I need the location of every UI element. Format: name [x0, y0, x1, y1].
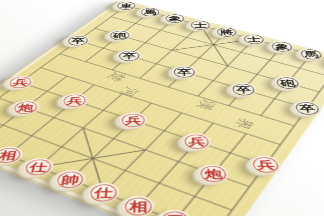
piece-character: 仕 — [94, 187, 113, 199]
piece-character: 卒 — [298, 104, 316, 113]
piece-character: 卒 — [71, 38, 86, 44]
piece-character: 馬 — [144, 9, 157, 15]
piece-character: 卒 — [177, 68, 192, 75]
piece-character: 帥 — [60, 174, 79, 185]
board-grid — [0, 0, 324, 216]
piece-character: 將 — [220, 29, 234, 35]
board-scene: 楚河漢界車馬象士將士象馬車砲砲卒卒卒卒卒兵兵兵兵兵炮炮車馬相仕帥仕相馬車 — [0, 0, 324, 216]
piece-character: 卒 — [122, 52, 136, 59]
piece-character: 士 — [194, 22, 207, 28]
piece-character: 砲 — [279, 79, 296, 87]
piece-character: 仕 — [28, 162, 48, 173]
piece-character: 卒 — [235, 86, 251, 94]
piece-character: 炮 — [204, 168, 222, 179]
piece-character: 士 — [247, 36, 262, 42]
piece-character: 象 — [274, 43, 289, 50]
piece-character: 砲 — [113, 32, 127, 38]
piece-character: 相 — [129, 200, 148, 212]
piece-character: 兵 — [188, 137, 205, 147]
piece-character: 兵 — [256, 160, 275, 171]
piece-character: 兵 — [125, 116, 141, 125]
piece-character: 兵 — [66, 96, 83, 104]
piece-character: 兵 — [12, 79, 29, 87]
piece-character: 馬 — [165, 214, 184, 216]
piece-character: 馬 — [303, 51, 319, 58]
xiangqi-board: 楚河漢界車馬象士將士象馬車砲砲卒卒卒卒卒兵兵兵兵兵炮炮車馬相仕帥仕相馬車 — [0, 0, 324, 216]
piece-character: 車 — [120, 3, 133, 8]
piece-character: 象 — [168, 16, 181, 22]
piece-character: 炮 — [17, 103, 35, 112]
piece-character: 相 — [0, 150, 18, 160]
photo-backdrop: 楚河漢界車馬象士將士象馬車砲砲卒卒卒卒卒兵兵兵兵兵炮炮車馬相仕帥仕相馬車 — [0, 0, 324, 216]
